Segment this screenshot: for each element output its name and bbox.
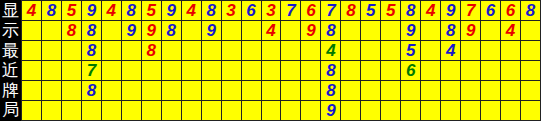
cell-r3-c25 xyxy=(501,41,520,60)
cell-r5-c24 xyxy=(481,81,500,100)
cell-r1-c18: 5 xyxy=(361,1,380,20)
cell-r5-c12 xyxy=(242,81,261,100)
label-char-3: 最 xyxy=(0,41,21,61)
cell-r4-c1 xyxy=(22,61,41,80)
cell-r3-c20: 5 xyxy=(401,41,420,60)
cell-r3-c9 xyxy=(182,41,201,60)
cell-r5-c10 xyxy=(202,81,221,100)
cell-r1-c1: 4 xyxy=(22,1,41,20)
cell-r4-c5 xyxy=(102,61,121,80)
label-char-6: 局 xyxy=(0,100,21,120)
cell-r2-c15: 9 xyxy=(301,21,320,40)
cell-r1-c21: 4 xyxy=(421,1,440,20)
cell-r5-c20 xyxy=(401,81,420,100)
cell-r4-c16: 8 xyxy=(321,61,340,80)
label-char-2: 示 xyxy=(0,21,21,41)
cell-r5-c25 xyxy=(501,81,520,100)
cell-r1-c3: 5 xyxy=(62,1,81,20)
cell-r3-c3 xyxy=(62,41,81,60)
cell-r2-c12 xyxy=(242,21,261,40)
cell-r4-c26 xyxy=(521,61,540,80)
cell-r2-c20: 9 xyxy=(401,21,420,40)
cell-r4-c20: 6 xyxy=(401,61,420,80)
cell-r5-c21 xyxy=(421,81,440,100)
cell-r5-c2 xyxy=(42,81,61,100)
cell-r1-c14: 7 xyxy=(281,1,300,20)
cell-r6-c9 xyxy=(182,101,201,120)
cell-r6-c2 xyxy=(42,101,61,120)
cell-r4-c25 xyxy=(501,61,520,80)
cell-r3-c5 xyxy=(102,41,121,60)
cell-r1-c25: 6 xyxy=(501,1,520,20)
cell-r4-c24 xyxy=(481,61,500,80)
cell-r2-c18 xyxy=(361,21,380,40)
cell-r2-c23: 9 xyxy=(461,21,480,40)
cell-r1-c8: 9 xyxy=(162,1,181,20)
cell-r3-c14 xyxy=(281,41,300,60)
cell-r1-c5: 4 xyxy=(102,1,121,20)
cell-r3-c4: 8 xyxy=(82,41,101,60)
cell-r5-c11 xyxy=(222,81,241,100)
results-grid: 4859485948363767855849766888998949898948… xyxy=(22,1,540,120)
cell-r3-c26 xyxy=(521,41,540,60)
cell-r6-c17 xyxy=(341,101,360,120)
cell-r5-c14 xyxy=(281,81,300,100)
cell-r4-c11 xyxy=(222,61,241,80)
cell-r3-c13 xyxy=(262,41,281,60)
cell-r6-c4 xyxy=(82,101,101,120)
cell-r2-c17 xyxy=(341,21,360,40)
cell-r2-c10: 9 xyxy=(202,21,221,40)
cell-r1-c17: 8 xyxy=(341,1,360,20)
cell-r3-c21 xyxy=(421,41,440,60)
cell-r1-c22: 9 xyxy=(441,1,460,20)
cell-r3-c8 xyxy=(162,41,181,60)
label-char-1: 显 xyxy=(0,1,21,21)
cell-r6-c16: 9 xyxy=(321,101,340,120)
cell-r2-c19 xyxy=(381,21,400,40)
cell-r3-c11 xyxy=(222,41,241,60)
cell-r6-c22 xyxy=(441,101,460,120)
cell-r4-c7 xyxy=(142,61,161,80)
cell-r5-c23 xyxy=(461,81,480,100)
cell-r3-c2 xyxy=(42,41,61,60)
cell-r6-c10 xyxy=(202,101,221,120)
cell-r2-c4: 8 xyxy=(82,21,101,40)
label-char-5: 牌 xyxy=(0,81,21,101)
cell-r2-c25: 4 xyxy=(501,21,520,40)
cell-r1-c16: 7 xyxy=(321,1,340,20)
cell-r1-c13: 3 xyxy=(262,1,281,20)
cell-r2-c24 xyxy=(481,21,500,40)
cell-r3-c19 xyxy=(381,41,400,60)
cell-r4-c15 xyxy=(301,61,320,80)
cell-r5-c6 xyxy=(122,81,141,100)
cell-r1-c26: 8 xyxy=(521,1,540,20)
cell-r1-c20: 8 xyxy=(401,1,420,20)
cell-r6-c8 xyxy=(162,101,181,120)
cell-r1-c24: 6 xyxy=(481,1,500,20)
cell-r6-c25 xyxy=(501,101,520,120)
cell-r1-c9: 4 xyxy=(182,1,201,20)
cell-r4-c6 xyxy=(122,61,141,80)
cell-r2-c22: 8 xyxy=(441,21,460,40)
cell-r3-c16: 4 xyxy=(321,41,340,60)
cell-r2-c8: 8 xyxy=(162,21,181,40)
cell-r4-c8 xyxy=(162,61,181,80)
cell-r3-c17 xyxy=(341,41,360,60)
cell-r2-c9 xyxy=(182,21,201,40)
cell-r6-c3 xyxy=(62,101,81,120)
cell-r3-c24 xyxy=(481,41,500,60)
cell-r6-c13 xyxy=(262,101,281,120)
cell-r4-c14 xyxy=(281,61,300,80)
cell-r6-c1 xyxy=(22,101,41,120)
cell-r6-c5 xyxy=(102,101,121,120)
cell-r2-c2 xyxy=(42,21,61,40)
cell-r3-c12 xyxy=(242,41,261,60)
recent-rounds-board: 显示最近牌局 485948594836376785584976688899894… xyxy=(0,0,541,121)
cell-r2-c13: 4 xyxy=(262,21,281,40)
results-grid-frame: 4859485948363767855849766888998949898948… xyxy=(21,0,541,121)
cell-r5-c7 xyxy=(142,81,161,100)
cell-r1-c4: 9 xyxy=(82,1,101,20)
cell-r2-c11 xyxy=(222,21,241,40)
cell-r2-c26 xyxy=(521,21,540,40)
cell-r3-c23 xyxy=(461,41,480,60)
cell-r5-c1 xyxy=(22,81,41,100)
cell-r6-c24 xyxy=(481,101,500,120)
cell-r6-c15 xyxy=(301,101,320,120)
cell-r6-c26 xyxy=(521,101,540,120)
cell-r1-c2: 8 xyxy=(42,1,61,20)
cell-r4-c12 xyxy=(242,61,261,80)
cell-r6-c21 xyxy=(421,101,440,120)
cell-r6-c11 xyxy=(222,101,241,120)
cell-r2-c16: 8 xyxy=(321,21,340,40)
cell-r5-c13 xyxy=(262,81,281,100)
cell-r5-c26 xyxy=(521,81,540,100)
cell-r6-c7 xyxy=(142,101,161,120)
cell-r2-c14 xyxy=(281,21,300,40)
label-char-4: 近 xyxy=(0,61,21,81)
cell-r4-c21 xyxy=(421,61,440,80)
cell-r6-c6 xyxy=(122,101,141,120)
cell-r1-c15: 6 xyxy=(301,1,320,20)
cell-r2-c21 xyxy=(421,21,440,40)
cell-r4-c3 xyxy=(62,61,81,80)
cell-r4-c22 xyxy=(441,61,460,80)
cell-r6-c12 xyxy=(242,101,261,120)
recent-rounds-label: 显示最近牌局 xyxy=(0,0,21,121)
cell-r4-c18 xyxy=(361,61,380,80)
cell-r3-c22: 4 xyxy=(441,41,460,60)
cell-r6-c14 xyxy=(281,101,300,120)
cell-r1-c7: 5 xyxy=(142,1,161,20)
cell-r2-c3: 8 xyxy=(62,21,81,40)
cell-r4-c13 xyxy=(262,61,281,80)
cell-r4-c23 xyxy=(461,61,480,80)
cell-r5-c22 xyxy=(441,81,460,100)
cell-r3-c7: 8 xyxy=(142,41,161,60)
cell-r2-c1 xyxy=(22,21,41,40)
cell-r1-c10: 8 xyxy=(202,1,221,20)
cell-r5-c8 xyxy=(162,81,181,100)
cell-r4-c10 xyxy=(202,61,221,80)
cell-r6-c23 xyxy=(461,101,480,120)
cell-r5-c3 xyxy=(62,81,81,100)
cell-r6-c20 xyxy=(401,101,420,120)
cell-r1-c19: 5 xyxy=(381,1,400,20)
cell-r5-c18 xyxy=(361,81,380,100)
cell-r2-c7: 9 xyxy=(142,21,161,40)
cell-r3-c1 xyxy=(22,41,41,60)
cell-r6-c19 xyxy=(381,101,400,120)
cell-r5-c5 xyxy=(102,81,121,100)
cell-r1-c11: 3 xyxy=(222,1,241,20)
cell-r5-c19 xyxy=(381,81,400,100)
cell-r1-c12: 6 xyxy=(242,1,261,20)
cell-r2-c6: 9 xyxy=(122,21,141,40)
cell-r4-c17 xyxy=(341,61,360,80)
cell-r5-c4: 8 xyxy=(82,81,101,100)
cell-r4-c19 xyxy=(381,61,400,80)
cell-r1-c6: 8 xyxy=(122,1,141,20)
cell-r1-c23: 7 xyxy=(461,1,480,20)
cell-r3-c10 xyxy=(202,41,221,60)
cell-r6-c18 xyxy=(361,101,380,120)
cell-r5-c16: 8 xyxy=(321,81,340,100)
cell-r3-c15 xyxy=(301,41,320,60)
cell-r4-c4: 7 xyxy=(82,61,101,80)
cell-r5-c9 xyxy=(182,81,201,100)
cell-r3-c18 xyxy=(361,41,380,60)
cell-r4-c2 xyxy=(42,61,61,80)
cell-r5-c15 xyxy=(301,81,320,100)
cell-r3-c6 xyxy=(122,41,141,60)
cell-r5-c17 xyxy=(341,81,360,100)
cell-r4-c9 xyxy=(182,61,201,80)
cell-r2-c5 xyxy=(102,21,121,40)
